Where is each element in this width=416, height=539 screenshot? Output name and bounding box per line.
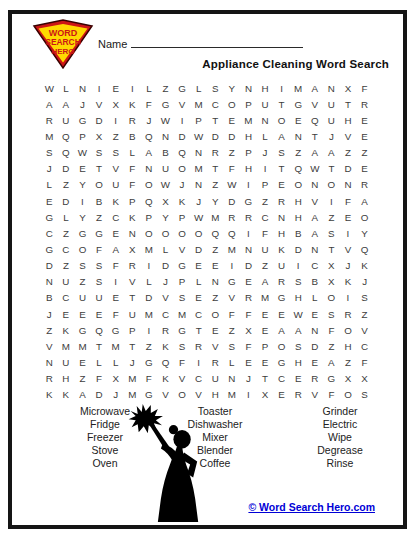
grid-cell[interactable]: K xyxy=(58,387,75,403)
grid-cell[interactable]: O xyxy=(157,225,174,241)
grid-cell[interactable]: K xyxy=(157,338,174,354)
grid-cell[interactable]: R xyxy=(356,177,373,193)
grid-cell[interactable]: I xyxy=(257,161,274,177)
grid-cell[interactable]: T xyxy=(257,371,274,387)
grid-cell[interactable]: H xyxy=(340,338,357,354)
grid-cell[interactable]: C xyxy=(307,258,324,274)
grid-cell[interactable]: O xyxy=(174,161,191,177)
grid-cell[interactable]: I xyxy=(141,322,158,338)
grid-cell[interactable]: S xyxy=(107,145,124,161)
grid-cell[interactable]: Z xyxy=(224,322,241,338)
grid-cell[interactable]: N xyxy=(41,274,58,290)
grid-cell[interactable]: L xyxy=(58,80,75,96)
grid-cell[interactable]: O xyxy=(340,387,357,403)
grid-cell[interactable]: N xyxy=(323,80,340,96)
grid-cell[interactable]: E xyxy=(307,306,324,322)
grid-cell[interactable]: E xyxy=(257,322,274,338)
grid-cell[interactable]: Q xyxy=(58,145,75,161)
grid-cell[interactable]: O xyxy=(141,177,158,193)
grid-cell[interactable]: D xyxy=(41,258,58,274)
grid-cell[interactable]: H xyxy=(290,209,307,225)
credit-link[interactable]: © Word Search Hero.com xyxy=(248,501,375,513)
grid-cell[interactable]: I xyxy=(340,290,357,306)
grid-cell[interactable]: I xyxy=(290,258,307,274)
grid-cell[interactable]: V xyxy=(190,387,207,403)
grid-cell[interactable]: A xyxy=(74,387,91,403)
grid-cell[interactable]: O xyxy=(174,387,191,403)
grid-cell[interactable]: M xyxy=(190,161,207,177)
grid-cell[interactable]: U xyxy=(58,354,75,370)
grid-cell[interactable]: G xyxy=(41,241,58,257)
grid-cell[interactable]: Z xyxy=(257,193,274,209)
grid-cell[interactable]: L xyxy=(107,354,124,370)
grid-cell[interactable]: Z xyxy=(224,145,241,161)
grid-cell[interactable]: O xyxy=(356,209,373,225)
grid-cell[interactable]: I xyxy=(74,193,91,209)
grid-cell[interactable]: W xyxy=(224,177,241,193)
grid-cell[interactable]: T xyxy=(323,241,340,257)
grid-cell[interactable]: M xyxy=(141,241,158,257)
grid-cell[interactable]: R xyxy=(340,306,357,322)
grid-cell[interactable]: H xyxy=(58,371,75,387)
grid-cell[interactable]: J xyxy=(240,371,257,387)
grid-cell[interactable]: U xyxy=(257,241,274,257)
grid-cell[interactable]: U xyxy=(323,112,340,128)
grid-cell[interactable]: M xyxy=(58,338,75,354)
grid-cell[interactable]: E xyxy=(340,209,357,225)
grid-cell[interactable]: G xyxy=(273,290,290,306)
grid-cell[interactable]: Q xyxy=(307,112,324,128)
grid-cell[interactable]: C xyxy=(356,338,373,354)
grid-cell[interactable]: M xyxy=(107,338,124,354)
grid-cell[interactable]: D xyxy=(58,193,75,209)
grid-cell[interactable]: F xyxy=(240,338,257,354)
grid-cell[interactable]: Z xyxy=(207,290,224,306)
grid-cell[interactable]: D xyxy=(141,290,158,306)
grid-cell[interactable]: C xyxy=(157,306,174,322)
grid-cell[interactable]: Q xyxy=(141,128,158,144)
grid-cell[interactable]: V xyxy=(356,322,373,338)
grid-cell[interactable]: E xyxy=(190,258,207,274)
grid-cell[interactable]: I xyxy=(240,387,257,403)
grid-cell[interactable]: L xyxy=(157,241,174,257)
grid-cell[interactable]: V xyxy=(340,241,357,257)
grid-cell[interactable]: M xyxy=(174,306,191,322)
grid-cell[interactable]: Q xyxy=(174,145,191,161)
grid-cell[interactable]: M xyxy=(141,306,158,322)
grid-cell[interactable]: H xyxy=(290,354,307,370)
grid-cell[interactable]: E xyxy=(240,354,257,370)
grid-cell[interactable]: Z xyxy=(356,306,373,322)
grid-cell[interactable]: V xyxy=(307,193,324,209)
grid-cell[interactable]: D xyxy=(157,258,174,274)
grid-cell[interactable]: O xyxy=(207,306,224,322)
grid-cell[interactable]: J xyxy=(41,161,58,177)
grid-cell[interactable]: F xyxy=(107,306,124,322)
grid-cell[interactable]: N xyxy=(74,80,91,96)
grid-cell[interactable]: E xyxy=(91,306,108,322)
grid-cell[interactable]: V xyxy=(224,290,241,306)
grid-cell[interactable]: X xyxy=(340,371,357,387)
grid-cell[interactable]: J xyxy=(174,177,191,193)
grid-cell[interactable]: X xyxy=(323,258,340,274)
grid-cell[interactable]: A xyxy=(307,209,324,225)
grid-cell[interactable]: L xyxy=(307,290,324,306)
grid-cell[interactable]: S xyxy=(290,338,307,354)
grid-cell[interactable]: H xyxy=(290,193,307,209)
grid-cell[interactable]: G xyxy=(74,225,91,241)
grid-cell[interactable]: I xyxy=(107,274,124,290)
grid-cell[interactable]: F xyxy=(174,354,191,370)
grid-cell[interactable]: E xyxy=(273,306,290,322)
grid-cell[interactable]: D xyxy=(224,193,241,209)
grid-cell[interactable]: W xyxy=(41,80,58,96)
grid-cell[interactable]: A xyxy=(290,322,307,338)
grid-cell[interactable]: O xyxy=(174,225,191,241)
grid-cell[interactable]: V xyxy=(307,387,324,403)
grid-cell[interactable]: G xyxy=(273,354,290,370)
grid-cell[interactable]: K xyxy=(58,322,75,338)
grid-cell[interactable]: E xyxy=(290,371,307,387)
grid-cell[interactable]: E xyxy=(273,387,290,403)
grid-cell[interactable]: S xyxy=(323,225,340,241)
grid-cell[interactable]: L xyxy=(190,80,207,96)
grid-cell[interactable]: K xyxy=(124,96,141,112)
grid-cell[interactable]: L xyxy=(141,274,158,290)
grid-cell[interactable]: V xyxy=(207,338,224,354)
grid-cell[interactable]: T xyxy=(273,96,290,112)
grid-cell[interactable]: R xyxy=(190,338,207,354)
grid-cell[interactable]: N xyxy=(273,209,290,225)
grid-cell[interactable]: T xyxy=(91,161,108,177)
grid-cell[interactable]: Z xyxy=(290,145,307,161)
grid-cell[interactable]: E xyxy=(224,112,241,128)
grid-cell[interactable]: N xyxy=(257,112,274,128)
grid-cell[interactable]: Z xyxy=(340,145,357,161)
grid-cell[interactable]: B xyxy=(290,225,307,241)
grid-cell[interactable]: R xyxy=(240,209,257,225)
grid-cell[interactable]: D xyxy=(340,161,357,177)
grid-cell[interactable]: A xyxy=(307,145,324,161)
grid-cell[interactable]: M xyxy=(240,112,257,128)
grid-cell[interactable]: F xyxy=(224,306,241,322)
grid-cell[interactable]: Z xyxy=(41,322,58,338)
grid-cell[interactable]: M xyxy=(224,241,241,257)
grid-cell[interactable]: T xyxy=(340,96,357,112)
grid-cell[interactable]: I xyxy=(240,177,257,193)
grid-cell[interactable]: N xyxy=(224,371,241,387)
grid-cell[interactable]: E xyxy=(207,322,224,338)
grid-cell[interactable]: I xyxy=(124,80,141,96)
grid-cell[interactable]: N xyxy=(307,241,324,257)
grid-cell[interactable]: P xyxy=(190,112,207,128)
grid-cell[interactable]: J xyxy=(41,306,58,322)
grid-cell[interactable]: H xyxy=(290,290,307,306)
grid-cell[interactable]: K xyxy=(124,209,141,225)
grid-cell[interactable]: C xyxy=(207,96,224,112)
grid-cell[interactable]: M xyxy=(290,80,307,96)
grid-cell[interactable]: Z xyxy=(157,80,174,96)
grid-cell[interactable]: N xyxy=(157,128,174,144)
grid-cell[interactable]: O xyxy=(74,241,91,257)
grid-cell[interactable]: J xyxy=(190,193,207,209)
grid-cell[interactable]: Y xyxy=(356,225,373,241)
grid-cell[interactable]: E xyxy=(74,354,91,370)
grid-cell[interactable]: X xyxy=(340,80,357,96)
grid-cell[interactable]: F xyxy=(91,241,108,257)
grid-cell[interactable]: F xyxy=(323,322,340,338)
grid-cell[interactable]: P xyxy=(74,128,91,144)
grid-cell[interactable]: G xyxy=(323,371,340,387)
grid-cell[interactable]: G xyxy=(240,193,257,209)
grid-cell[interactable]: V xyxy=(157,387,174,403)
grid-cell[interactable]: I xyxy=(91,80,108,96)
grid-cell[interactable]: R xyxy=(273,274,290,290)
grid-cell[interactable]: L xyxy=(58,209,75,225)
grid-cell[interactable]: O xyxy=(290,177,307,193)
grid-cell[interactable]: A xyxy=(58,96,75,112)
grid-cell[interactable]: N xyxy=(190,177,207,193)
grid-cell[interactable]: K xyxy=(273,241,290,257)
grid-cell[interactable]: U xyxy=(157,161,174,177)
grid-cell[interactable]: G xyxy=(91,225,108,241)
grid-cell[interactable]: J xyxy=(74,96,91,112)
grid-cell[interactable]: G xyxy=(290,96,307,112)
grid-cell[interactable]: L xyxy=(124,145,141,161)
name-input-line[interactable] xyxy=(131,36,303,48)
grid-cell[interactable]: N xyxy=(124,225,141,241)
grid-cell[interactable]: U xyxy=(58,274,75,290)
grid-cell[interactable]: I xyxy=(224,258,241,274)
grid-cell[interactable]: O xyxy=(141,225,158,241)
grid-cell[interactable]: H xyxy=(207,387,224,403)
grid-cell[interactable]: H xyxy=(340,112,357,128)
grid-cell[interactable]: W xyxy=(190,209,207,225)
grid-cell[interactable]: E xyxy=(74,306,91,322)
grid-cell[interactable]: Z xyxy=(141,338,158,354)
grid-cell[interactable]: R xyxy=(207,354,224,370)
grid-cell[interactable]: F xyxy=(91,371,108,387)
grid-cell[interactable]: E xyxy=(356,112,373,128)
grid-cell[interactable]: T xyxy=(307,128,324,144)
grid-cell[interactable]: R xyxy=(356,96,373,112)
grid-cell[interactable]: F xyxy=(356,354,373,370)
grid-cell[interactable]: N xyxy=(240,241,257,257)
grid-cell[interactable]: K xyxy=(356,258,373,274)
grid-cell[interactable]: G xyxy=(41,209,58,225)
grid-cell[interactable]: W xyxy=(307,161,324,177)
grid-cell[interactable]: U xyxy=(207,371,224,387)
grid-cell[interactable]: L xyxy=(141,80,158,96)
grid-cell[interactable]: O xyxy=(340,322,357,338)
grid-cell[interactable]: L xyxy=(257,128,274,144)
grid-cell[interactable]: E xyxy=(190,290,207,306)
grid-cell[interactable]: Y xyxy=(224,80,241,96)
grid-cell[interactable]: F xyxy=(141,96,158,112)
word-search-grid[interactable]: WLNIEILZGLSYNHIMANXFAAJVXKFGVMCOPUTGVUTR… xyxy=(41,80,373,403)
grid-cell[interactable]: W xyxy=(190,128,207,144)
grid-cell[interactable]: G xyxy=(141,387,158,403)
grid-cell[interactable]: Z xyxy=(91,209,108,225)
grid-cell[interactable]: O xyxy=(273,112,290,128)
grid-cell[interactable]: W xyxy=(157,177,174,193)
grid-cell[interactable]: S xyxy=(41,145,58,161)
grid-cell[interactable]: J xyxy=(124,354,141,370)
grid-cell[interactable]: P xyxy=(174,209,191,225)
grid-cell[interactable]: G xyxy=(224,274,241,290)
grid-cell[interactable]: P xyxy=(174,274,191,290)
grid-cell[interactable]: E xyxy=(257,306,274,322)
grid-cell[interactable]: M xyxy=(224,387,241,403)
grid-cell[interactable]: R xyxy=(240,290,257,306)
grid-cell[interactable]: A xyxy=(356,193,373,209)
grid-cell[interactable]: R xyxy=(207,145,224,161)
grid-cell[interactable]: M xyxy=(190,96,207,112)
grid-cell[interactable]: B xyxy=(157,145,174,161)
grid-cell[interactable]: D xyxy=(91,112,108,128)
grid-cell[interactable]: G xyxy=(174,322,191,338)
grid-cell[interactable]: E xyxy=(273,177,290,193)
grid-cell[interactable]: A xyxy=(273,128,290,144)
grid-cell[interactable]: O xyxy=(190,225,207,241)
grid-cell[interactable]: R xyxy=(41,112,58,128)
grid-cell[interactable]: T xyxy=(207,112,224,128)
grid-cell[interactable]: V xyxy=(174,371,191,387)
grid-cell[interactable]: U xyxy=(91,290,108,306)
grid-cell[interactable]: S xyxy=(207,80,224,96)
grid-cell[interactable]: D xyxy=(190,241,207,257)
grid-cell[interactable]: N xyxy=(307,322,324,338)
grid-cell[interactable]: J xyxy=(257,145,274,161)
grid-cell[interactable]: A xyxy=(307,80,324,96)
grid-cell[interactable]: S xyxy=(273,145,290,161)
grid-cell[interactable]: O xyxy=(323,290,340,306)
grid-cell[interactable]: F xyxy=(224,161,241,177)
grid-cell[interactable]: F xyxy=(356,80,373,96)
grid-cell[interactable]: V xyxy=(107,161,124,177)
grid-cell[interactable]: Z xyxy=(74,274,91,290)
grid-cell[interactable]: F xyxy=(340,193,357,209)
grid-cell[interactable]: O xyxy=(91,177,108,193)
grid-cell[interactable]: S xyxy=(323,306,340,322)
grid-cell[interactable]: U xyxy=(74,290,91,306)
grid-cell[interactable]: A xyxy=(107,241,124,257)
grid-cell[interactable]: S xyxy=(174,338,191,354)
grid-cell[interactable]: T xyxy=(124,338,141,354)
grid-cell[interactable]: L xyxy=(224,354,241,370)
grid-cell[interactable]: I xyxy=(240,225,257,241)
grid-cell[interactable]: K xyxy=(41,387,58,403)
grid-cell[interactable]: E xyxy=(107,80,124,96)
grid-cell[interactable]: G xyxy=(107,322,124,338)
grid-cell[interactable]: J xyxy=(323,128,340,144)
grid-cell[interactable]: E xyxy=(356,128,373,144)
grid-cell[interactable]: E xyxy=(207,258,224,274)
grid-cell[interactable]: R xyxy=(290,387,307,403)
grid-cell[interactable]: N xyxy=(41,354,58,370)
grid-cell[interactable]: O xyxy=(323,177,340,193)
grid-cell[interactable]: M xyxy=(257,290,274,306)
grid-cell[interactable]: P xyxy=(141,209,158,225)
grid-cell[interactable]: B xyxy=(41,290,58,306)
grid-cell[interactable]: S xyxy=(224,338,241,354)
grid-cell[interactable]: E xyxy=(107,290,124,306)
grid-cell[interactable]: E xyxy=(307,354,324,370)
grid-cell[interactable]: U xyxy=(273,258,290,274)
grid-cell[interactable]: Z xyxy=(323,338,340,354)
grid-cell[interactable]: F xyxy=(240,306,257,322)
grid-cell[interactable]: Y xyxy=(74,209,91,225)
grid-cell[interactable]: F xyxy=(124,177,141,193)
grid-cell[interactable]: F xyxy=(323,387,340,403)
grid-cell[interactable]: J xyxy=(340,258,357,274)
grid-cell[interactable]: R xyxy=(157,322,174,338)
grid-cell[interactable]: R xyxy=(224,209,241,225)
grid-cell[interactable]: O xyxy=(273,338,290,354)
grid-cell[interactable]: E xyxy=(41,193,58,209)
grid-cell[interactable]: W xyxy=(157,112,174,128)
grid-cell[interactable]: G xyxy=(157,96,174,112)
grid-cell[interactable]: R xyxy=(124,258,141,274)
grid-cell[interactable]: U xyxy=(323,96,340,112)
grid-cell[interactable]: B xyxy=(307,274,324,290)
grid-cell[interactable]: V xyxy=(174,241,191,257)
grid-cell[interactable]: P xyxy=(240,145,257,161)
grid-cell[interactable]: Z xyxy=(74,371,91,387)
grid-cell[interactable]: C xyxy=(273,371,290,387)
grid-cell[interactable]: C xyxy=(257,209,274,225)
grid-cell[interactable]: E xyxy=(107,225,124,241)
grid-cell[interactable]: F xyxy=(107,258,124,274)
grid-cell[interactable]: X xyxy=(240,322,257,338)
grid-cell[interactable]: M xyxy=(74,338,91,354)
grid-cell[interactable]: K xyxy=(174,193,191,209)
grid-cell[interactable]: Q xyxy=(91,322,108,338)
grid-cell[interactable]: C xyxy=(58,241,75,257)
grid-cell[interactable]: A xyxy=(41,96,58,112)
grid-cell[interactable]: T xyxy=(124,290,141,306)
grid-cell[interactable]: H xyxy=(240,128,257,144)
grid-cell[interactable]: T xyxy=(91,338,108,354)
grid-cell[interactable]: K xyxy=(107,193,124,209)
grid-cell[interactable]: V xyxy=(157,290,174,306)
grid-cell[interactable]: V xyxy=(124,274,141,290)
grid-cell[interactable]: E xyxy=(58,306,75,322)
grid-cell[interactable]: M xyxy=(41,128,58,144)
grid-cell[interactable]: B xyxy=(91,193,108,209)
grid-cell[interactable]: Z xyxy=(107,128,124,144)
grid-cell[interactable]: Q xyxy=(141,193,158,209)
grid-cell[interactable]: R xyxy=(307,371,324,387)
grid-cell[interactable]: Z xyxy=(207,241,224,257)
grid-cell[interactable]: A xyxy=(273,322,290,338)
grid-cell[interactable]: S xyxy=(74,258,91,274)
grid-cell[interactable]: T xyxy=(207,161,224,177)
grid-cell[interactable]: W xyxy=(74,145,91,161)
grid-cell[interactable]: L xyxy=(41,177,58,193)
grid-cell[interactable]: Q xyxy=(356,241,373,257)
grid-cell[interactable]: V xyxy=(307,96,324,112)
grid-cell[interactable]: F xyxy=(257,225,274,241)
grid-cell[interactable]: D xyxy=(91,387,108,403)
grid-cell[interactable]: K xyxy=(340,274,357,290)
grid-cell[interactable]: E xyxy=(257,354,274,370)
grid-cell[interactable]: M xyxy=(124,371,141,387)
grid-cell[interactable]: Q xyxy=(290,161,307,177)
grid-cell[interactable]: N xyxy=(207,274,224,290)
grid-cell[interactable]: L xyxy=(190,274,207,290)
grid-cell[interactable]: X xyxy=(107,371,124,387)
